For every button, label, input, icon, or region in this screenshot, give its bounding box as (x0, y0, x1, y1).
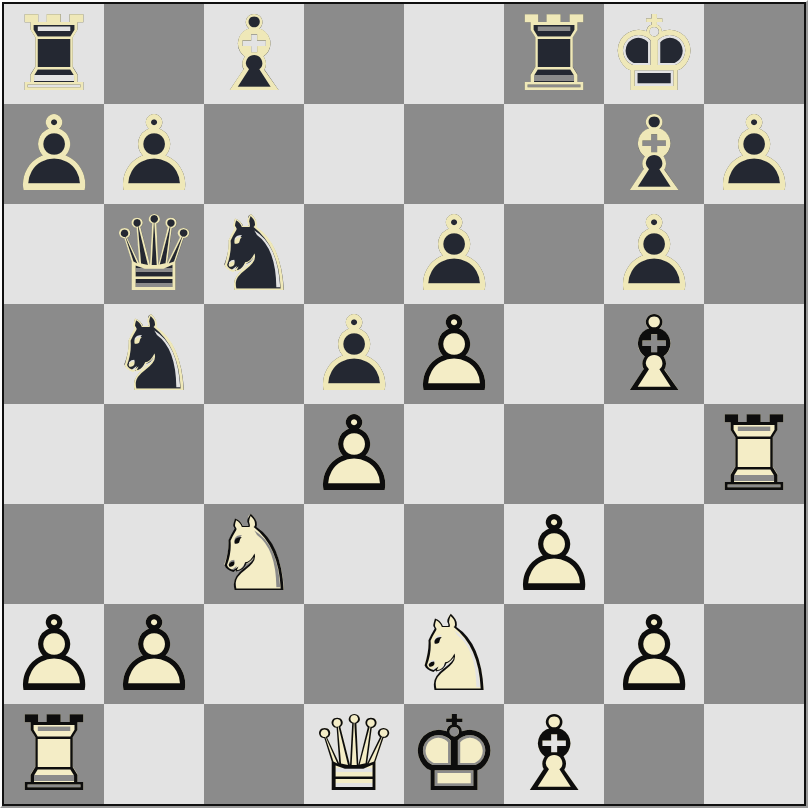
piece-white-king[interactable]: ♚♔ (404, 704, 504, 804)
black-rook-outline-glyph: ♖ (4, 4, 104, 104)
piece-black-bishop[interactable]: ♝♗ (604, 104, 704, 204)
square-e7[interactable] (404, 104, 504, 204)
white-pawn-outline-glyph: ♙ (304, 404, 404, 504)
square-d5[interactable]: ♟♙ (304, 304, 404, 404)
square-b5[interactable]: ♞♘ (104, 304, 204, 404)
square-a1[interactable]: ♜♖ (4, 704, 104, 804)
square-e5[interactable]: ♟♙ (404, 304, 504, 404)
black-pawn-outline-glyph: ♙ (604, 204, 704, 304)
square-b2[interactable]: ♟♙ (104, 604, 204, 704)
white-knight-outline-glyph: ♘ (404, 604, 504, 704)
square-g6[interactable]: ♟♙ (604, 204, 704, 304)
piece-white-pawn[interactable]: ♟♙ (104, 604, 204, 704)
piece-black-bishop[interactable]: ♝♗ (204, 4, 304, 104)
square-a6[interactable] (4, 204, 104, 304)
square-h5[interactable] (704, 304, 804, 404)
square-a4[interactable] (4, 404, 104, 504)
square-a3[interactable] (4, 504, 104, 604)
square-f5[interactable] (504, 304, 604, 404)
piece-white-queen[interactable]: ♛♕ (304, 704, 404, 804)
piece-black-pawn[interactable]: ♟♙ (604, 204, 704, 304)
square-a7[interactable]: ♟♙ (4, 104, 104, 204)
square-g7[interactable]: ♝♗ (604, 104, 704, 204)
square-c7[interactable] (204, 104, 304, 204)
square-e4[interactable] (404, 404, 504, 504)
piece-white-pawn[interactable]: ♟♙ (304, 404, 404, 504)
piece-white-pawn[interactable]: ♟♙ (4, 604, 104, 704)
square-b1[interactable] (104, 704, 204, 804)
white-bishop-outline-glyph: ♗ (604, 304, 704, 404)
black-bishop-outline-glyph: ♗ (604, 104, 704, 204)
square-a8[interactable]: ♜♖ (4, 4, 104, 104)
black-king-outline-glyph: ♔ (604, 4, 704, 104)
square-g8[interactable]: ♚♔ (604, 4, 704, 104)
white-pawn-outline-glyph: ♙ (4, 604, 104, 704)
piece-black-pawn[interactable]: ♟♙ (704, 104, 804, 204)
square-c8[interactable]: ♝♗ (204, 4, 304, 104)
white-pawn-outline-glyph: ♙ (404, 304, 504, 404)
square-c4[interactable] (204, 404, 304, 504)
square-d3[interactable] (304, 504, 404, 604)
square-d6[interactable] (304, 204, 404, 304)
square-g4[interactable] (604, 404, 704, 504)
square-c5[interactable] (204, 304, 304, 404)
piece-white-pawn[interactable]: ♟♙ (604, 604, 704, 704)
black-knight-outline-glyph: ♘ (104, 304, 204, 404)
square-e3[interactable] (404, 504, 504, 604)
white-rook-outline-glyph: ♖ (704, 404, 804, 504)
black-knight-outline-glyph: ♘ (204, 204, 304, 304)
white-king-outline-glyph: ♔ (404, 704, 504, 804)
piece-black-pawn[interactable]: ♟♙ (4, 104, 104, 204)
square-b3[interactable] (104, 504, 204, 604)
square-d1[interactable]: ♛♕ (304, 704, 404, 804)
square-f4[interactable] (504, 404, 604, 504)
black-pawn-outline-glyph: ♙ (404, 204, 504, 304)
black-pawn-outline-glyph: ♙ (304, 304, 404, 404)
piece-black-pawn[interactable]: ♟♙ (304, 304, 404, 404)
white-knight-outline-glyph: ♘ (204, 504, 304, 604)
black-bishop-outline-glyph: ♗ (204, 4, 304, 104)
square-d8[interactable] (304, 4, 404, 104)
square-h4[interactable]: ♜♖ (704, 404, 804, 504)
square-e8[interactable] (404, 4, 504, 104)
square-f6[interactable] (504, 204, 604, 304)
board-frame: ♜♖♝♗♜♖♚♔♟♙♟♙♝♗♟♙♛♕♞♘♟♙♟♙♞♘♟♙♟♙♝♗♟♙♜♖♞♘♟♙… (0, 0, 808, 808)
piece-black-king[interactable]: ♚♔ (604, 4, 704, 104)
piece-black-pawn[interactable]: ♟♙ (404, 204, 504, 304)
white-pawn-outline-glyph: ♙ (604, 604, 704, 704)
piece-white-knight[interactable]: ♞♘ (204, 504, 304, 604)
square-b4[interactable] (104, 404, 204, 504)
white-pawn-outline-glyph: ♙ (504, 504, 604, 604)
piece-black-rook[interactable]: ♜♖ (504, 4, 604, 104)
square-f8[interactable]: ♜♖ (504, 4, 604, 104)
square-h3[interactable] (704, 504, 804, 604)
square-g2[interactable]: ♟♙ (604, 604, 704, 704)
white-pawn-outline-glyph: ♙ (104, 604, 204, 704)
square-f3[interactable]: ♟♙ (504, 504, 604, 604)
square-g1[interactable] (604, 704, 704, 804)
square-h2[interactable] (704, 604, 804, 704)
square-d2[interactable] (304, 604, 404, 704)
black-pawn-outline-glyph: ♙ (104, 104, 204, 204)
square-b6[interactable]: ♛♕ (104, 204, 204, 304)
square-h1[interactable] (704, 704, 804, 804)
square-e1[interactable]: ♚♔ (404, 704, 504, 804)
piece-white-rook[interactable]: ♜♖ (4, 704, 104, 804)
square-c2[interactable] (204, 604, 304, 704)
white-queen-outline-glyph: ♕ (304, 704, 404, 804)
square-h6[interactable] (704, 204, 804, 304)
piece-white-pawn[interactable]: ♟♙ (404, 304, 504, 404)
chess-board[interactable]: ♜♖♝♗♜♖♚♔♟♙♟♙♝♗♟♙♛♕♞♘♟♙♟♙♞♘♟♙♟♙♝♗♟♙♜♖♞♘♟♙… (4, 4, 804, 804)
white-rook-outline-glyph: ♖ (4, 704, 104, 804)
black-pawn-outline-glyph: ♙ (704, 104, 804, 204)
piece-black-rook[interactable]: ♜♖ (4, 4, 104, 104)
square-d7[interactable] (304, 104, 404, 204)
piece-white-bishop[interactable]: ♝♗ (504, 704, 604, 804)
square-e6[interactable]: ♟♙ (404, 204, 504, 304)
piece-black-knight[interactable]: ♞♘ (204, 204, 304, 304)
square-e2[interactable]: ♞♘ (404, 604, 504, 704)
square-f1[interactable]: ♝♗ (504, 704, 604, 804)
piece-black-knight[interactable]: ♞♘ (104, 304, 204, 404)
white-bishop-outline-glyph: ♗ (504, 704, 604, 804)
piece-white-bishop[interactable]: ♝♗ (604, 304, 704, 404)
square-a5[interactable] (4, 304, 104, 404)
square-h8[interactable] (704, 4, 804, 104)
square-c6[interactable]: ♞♘ (204, 204, 304, 304)
piece-black-pawn[interactable]: ♟♙ (104, 104, 204, 204)
square-c1[interactable] (204, 704, 304, 804)
square-b7[interactable]: ♟♙ (104, 104, 204, 204)
black-rook-outline-glyph: ♖ (504, 4, 604, 104)
square-d4[interactable]: ♟♙ (304, 404, 404, 504)
square-c3[interactable]: ♞♘ (204, 504, 304, 604)
piece-white-pawn[interactable]: ♟♙ (504, 504, 604, 604)
square-g5[interactable]: ♝♗ (604, 304, 704, 404)
square-a2[interactable]: ♟♙ (4, 604, 104, 704)
square-h7[interactable]: ♟♙ (704, 104, 804, 204)
black-pawn-outline-glyph: ♙ (4, 104, 104, 204)
board-border: ♜♖♝♗♜♖♚♔♟♙♟♙♝♗♟♙♛♕♞♘♟♙♟♙♞♘♟♙♟♙♝♗♟♙♜♖♞♘♟♙… (2, 2, 806, 806)
piece-black-queen[interactable]: ♛♕ (104, 204, 204, 304)
square-b8[interactable] (104, 4, 204, 104)
square-f2[interactable] (504, 604, 604, 704)
piece-white-rook[interactable]: ♜♖ (704, 404, 804, 504)
square-g3[interactable] (604, 504, 704, 604)
black-queen-outline-glyph: ♕ (104, 204, 204, 304)
piece-white-knight[interactable]: ♞♘ (404, 604, 504, 704)
square-f7[interactable] (504, 104, 604, 204)
